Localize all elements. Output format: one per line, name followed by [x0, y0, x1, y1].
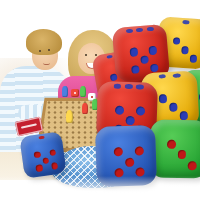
- card-print: [21, 123, 37, 128]
- pawn-green: [80, 86, 86, 97]
- die-green-bottom-right: [149, 119, 200, 178]
- white-fade: [0, 176, 200, 200]
- boy-mouth: [43, 61, 50, 65]
- pawn-red: [82, 103, 88, 114]
- boy-eye: [39, 50, 41, 52]
- pawn-yellow: [66, 110, 73, 123]
- die-blue-left-small: [19, 131, 66, 178]
- boy-eye: [48, 49, 50, 51]
- product-photo-scene: [0, 0, 200, 200]
- boy-hair: [26, 29, 62, 55]
- pawn-blue: [62, 86, 68, 97]
- mini-die-red: [71, 89, 79, 97]
